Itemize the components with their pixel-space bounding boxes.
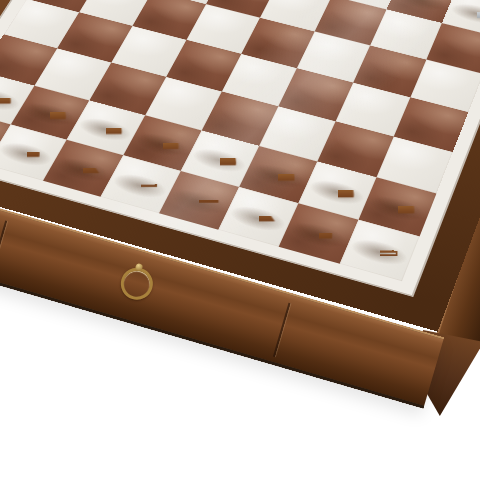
drawer-seam-right <box>273 303 291 357</box>
board-scene: ♜♞♝♛♚♝♞♜♟♟♟♟♟♟♟♟♟♟♟♟♟♟♟♟♜♞♝♛♚♝♞♜ <box>0 0 450 250</box>
rook-glyph: ♜ <box>352 204 408 266</box>
square-g1: ♞ <box>279 203 359 264</box>
chess-set-photo: ♜♞♝♛♚♝♞♜♟♟♟♟♟♟♟♟♟♟♟♟♟♟♟♟♜♞♝♛♚♝♞♜ <box>0 0 480 480</box>
piece-shadow <box>393 0 450 14</box>
chess-board: ♜♞♝♛♚♝♞♜♟♟♟♟♟♟♟♟♟♟♟♟♟♟♟♟♜♞♝♛♚♝♞♜ <box>0 0 480 281</box>
square-h1: ♜ <box>340 220 420 281</box>
knight-glyph: ♞ <box>288 179 350 248</box>
